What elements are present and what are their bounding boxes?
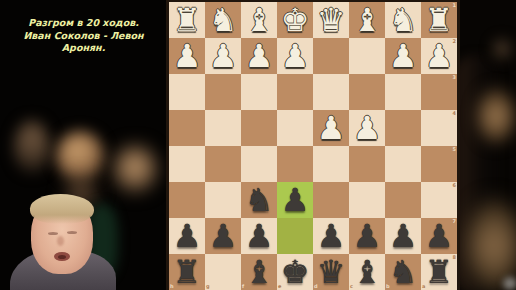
square-d3[interactable] [313,74,349,110]
rank-label: 5 [453,147,456,152]
chess-board: ♜♞♝♚♛♝♞♜1♟♟♟♟♟♟23♟♟45♞♟6♟♟♟♟♟♟♟7♜hg♝f♚e♛… [166,0,460,290]
black-pawn-icon: ♟ [169,218,205,254]
square-e1[interactable]: ♚ [277,2,313,38]
black-pawn-icon: ♟ [313,218,349,254]
square-h1[interactable]: ♜ [169,2,205,38]
black-queen-icon: ♛ [313,254,349,290]
square-c2[interactable] [349,38,385,74]
black-rook-icon: ♜ [169,254,205,290]
file-label: g [206,284,210,289]
square-h7[interactable]: ♟ [169,218,205,254]
square-a8[interactable]: ♜8a [421,254,457,290]
rank-label: 4 [453,111,456,116]
white-pawn-icon: ♟ [205,38,241,74]
square-b5[interactable] [385,146,421,182]
square-a4[interactable]: 4 [421,110,457,146]
file-label: b [386,284,390,289]
square-e6[interactable]: ♟ [277,182,313,218]
white-pawn-icon: ♟ [313,110,349,146]
square-e3[interactable] [277,74,313,110]
title-line-1: Разгром в 20 ходов. [0,17,167,30]
white-pawn-icon: ♟ [349,110,385,146]
square-d1[interactable]: ♛ [313,2,349,38]
square-f1[interactable]: ♝ [241,2,277,38]
square-e7[interactable] [277,218,313,254]
presenter-nose [57,236,64,246]
square-d5[interactable] [313,146,349,182]
square-c1[interactable]: ♝ [349,2,385,38]
black-pawn-icon: ♟ [205,218,241,254]
presenter-mouth [58,255,66,259]
square-g4[interactable] [205,110,241,146]
square-e4[interactable] [277,110,313,146]
square-a7[interactable]: ♟7 [421,218,457,254]
square-h2[interactable]: ♟ [169,38,205,74]
square-a2[interactable]: ♟2 [421,38,457,74]
black-king-icon: ♚ [277,254,313,290]
square-f2[interactable]: ♟ [241,38,277,74]
black-knight-icon: ♞ [241,182,277,218]
white-queen-icon: ♛ [313,2,349,38]
webcam-presenter [0,168,167,290]
blurred-table-edge [503,277,516,290]
square-h8[interactable]: ♜h [169,254,205,290]
rank-label: 1 [453,3,456,8]
square-d7[interactable]: ♟ [313,218,349,254]
square-f3[interactable] [241,74,277,110]
square-e2[interactable]: ♟ [277,38,313,74]
file-label: c [350,284,353,289]
square-g2[interactable]: ♟ [205,38,241,74]
square-c3[interactable] [349,74,385,110]
square-b8[interactable]: ♞b [385,254,421,290]
chess-board-grid: ♜♞♝♚♛♝♞♜1♟♟♟♟♟♟23♟♟45♞♟6♟♟♟♟♟♟♟7♜hg♝f♚e♛… [169,2,457,290]
video-title: Разгром в 20 ходов. Иван Соколов - Левон… [0,17,167,55]
white-bishop-icon: ♝ [241,2,277,38]
video-frame: Разгром в 20 ходов. Иван Соколов - Левон… [0,0,516,290]
square-f6[interactable]: ♞ [241,182,277,218]
rank-label: 7 [453,219,456,224]
square-g3[interactable] [205,74,241,110]
square-b7[interactable]: ♟ [385,218,421,254]
square-e5[interactable] [277,146,313,182]
black-pawn-icon: ♟ [385,218,421,254]
presenter-hair [30,194,94,224]
square-b1[interactable]: ♞ [385,2,421,38]
black-pawn-icon: ♟ [349,218,385,254]
square-g6[interactable] [205,182,241,218]
square-f4[interactable] [241,110,277,146]
rank-label: 2 [453,39,456,44]
square-e8[interactable]: ♚e [277,254,313,290]
square-a3[interactable]: 3 [421,74,457,110]
file-label: e [278,284,281,289]
square-b4[interactable] [385,110,421,146]
square-h6[interactable] [169,182,205,218]
black-bishop-icon: ♝ [241,254,277,290]
file-label: d [314,284,318,289]
rank-label: 3 [453,75,456,80]
black-bishop-icon: ♝ [349,254,385,290]
square-g1[interactable]: ♞ [205,2,241,38]
white-pawn-icon: ♟ [277,38,313,74]
square-f8[interactable]: ♝f [241,254,277,290]
square-d4[interactable]: ♟ [313,110,349,146]
file-label: a [422,284,425,289]
square-c6[interactable] [349,182,385,218]
square-c4[interactable]: ♟ [349,110,385,146]
black-pawn-icon: ♟ [241,218,277,254]
blurred-highlight [478,88,514,144]
square-d8[interactable]: ♛d [313,254,349,290]
square-h4[interactable] [169,110,205,146]
presenter-eye [48,232,58,235]
square-h5[interactable] [169,146,205,182]
square-f7[interactable]: ♟ [241,218,277,254]
white-knight-icon: ♞ [385,2,421,38]
white-bishop-icon: ♝ [349,2,385,38]
square-c8[interactable]: ♝c [349,254,385,290]
black-pawn-icon: ♟ [277,182,313,218]
rank-label: 8 [453,255,456,260]
white-rook-icon: ♜ [169,2,205,38]
file-label: f [242,284,244,289]
file-label: h [170,284,174,289]
square-b2[interactable]: ♟ [385,38,421,74]
white-pawn-icon: ♟ [169,38,205,74]
square-d2[interactable] [313,38,349,74]
square-f5[interactable] [241,146,277,182]
title-line-2: Иван Соколов - Левон Аронян. [0,30,167,55]
square-g7[interactable]: ♟ [205,218,241,254]
square-g5[interactable] [205,146,241,182]
blurred-pawn-icon [14,120,50,174]
square-a6[interactable]: 6 [421,182,457,218]
square-c5[interactable] [349,146,385,182]
square-b3[interactable] [385,74,421,110]
square-b6[interactable] [385,182,421,218]
square-h3[interactable] [169,74,205,110]
black-knight-icon: ♞ [385,254,421,290]
square-a1[interactable]: ♜1 [421,2,457,38]
white-pawn-icon: ♟ [241,38,277,74]
square-d6[interactable] [313,182,349,218]
square-c7[interactable]: ♟ [349,218,385,254]
square-g8[interactable]: g [205,254,241,290]
white-king-icon: ♚ [277,2,313,38]
rank-label: 6 [453,183,456,188]
square-a5[interactable]: 5 [421,146,457,182]
white-pawn-icon: ♟ [385,38,421,74]
blurred-highlight [492,36,512,62]
presenter-eye [67,231,77,234]
white-knight-icon: ♞ [205,2,241,38]
